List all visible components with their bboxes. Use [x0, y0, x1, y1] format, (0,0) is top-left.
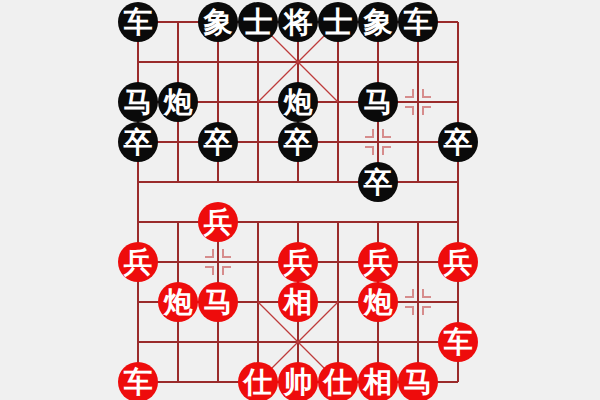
black-elephant[interactable]: 象	[198, 2, 238, 42]
red-soldier[interactable]: 兵	[438, 242, 478, 282]
red-cannon[interactable]: 炮	[158, 282, 198, 322]
black-chariot[interactable]: 车	[398, 2, 438, 42]
red-general[interactable]: 帅	[278, 362, 318, 400]
red-soldier[interactable]: 兵	[278, 242, 318, 282]
piece-layer: 车象士将士象车马炮炮马卒卒卒卒卒兵兵兵兵兵炮马相炮车车仕帅仕相马	[118, 2, 478, 400]
red-cannon[interactable]: 炮	[358, 282, 398, 322]
black-advisor[interactable]: 士	[238, 2, 278, 42]
black-horse[interactable]: 马	[358, 82, 398, 122]
black-advisor[interactable]: 士	[318, 2, 358, 42]
black-general[interactable]: 将	[278, 2, 318, 42]
black-soldier[interactable]: 卒	[198, 122, 238, 162]
black-soldier[interactable]: 卒	[358, 162, 398, 202]
black-soldier[interactable]: 卒	[278, 122, 318, 162]
red-chariot[interactable]: 车	[118, 362, 158, 400]
red-horse[interactable]: 马	[198, 282, 238, 322]
black-soldier[interactable]: 卒	[118, 122, 158, 162]
black-soldier[interactable]: 卒	[438, 122, 478, 162]
red-advisor[interactable]: 仕	[318, 362, 358, 400]
black-chariot[interactable]: 车	[118, 2, 158, 42]
red-horse[interactable]: 马	[398, 362, 438, 400]
red-chariot[interactable]: 车	[438, 322, 478, 362]
black-elephant[interactable]: 象	[358, 2, 398, 42]
red-elephant[interactable]: 相	[358, 362, 398, 400]
black-horse[interactable]: 马	[118, 82, 158, 122]
red-soldier[interactable]: 兵	[198, 202, 238, 242]
red-elephant[interactable]: 相	[278, 282, 318, 322]
red-soldier[interactable]: 兵	[358, 242, 398, 282]
black-cannon[interactable]: 炮	[278, 82, 318, 122]
xiangqi-board[interactable]: 车象士将士象车马炮炮马卒卒卒卒卒兵兵兵兵兵炮马相炮车车仕帅仕相马	[0, 0, 600, 400]
red-soldier[interactable]: 兵	[118, 242, 158, 282]
black-cannon[interactable]: 炮	[158, 82, 198, 122]
red-advisor[interactable]: 仕	[238, 362, 278, 400]
